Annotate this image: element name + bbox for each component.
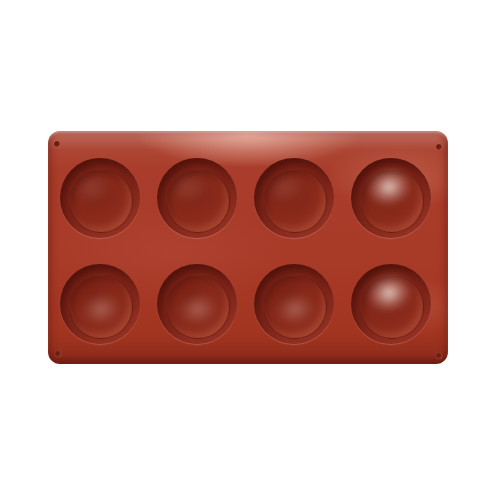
cavity-floor — [360, 275, 424, 339]
cavity-grid — [48, 131, 448, 364]
cavity-floor — [263, 169, 327, 233]
mold-cavity-r0c0 — [60, 158, 140, 238]
mold-cavity-r0c1 — [157, 158, 237, 238]
mold-cavity-r1c1 — [157, 264, 237, 344]
corner-hole-bottom-left — [55, 351, 61, 357]
cavity-floor — [263, 275, 327, 339]
corner-hole-top-left — [54, 141, 60, 147]
cavity-floor — [360, 169, 424, 233]
cavity-floor — [69, 275, 133, 339]
mold-cavity-r0c2 — [254, 158, 334, 238]
cavity-floor — [69, 169, 133, 233]
corner-hole-bottom-right — [436, 353, 442, 359]
cavity-floor — [166, 275, 230, 339]
mold-cavity-r1c2 — [254, 264, 334, 344]
mold-cavity-r1c0 — [60, 264, 140, 344]
product-photo-stage — [0, 0, 500, 500]
mold-cavity-r1c3 — [351, 264, 431, 344]
corner-hole-top-right — [436, 144, 442, 150]
silicone-mold — [48, 131, 448, 364]
mold-cavity-r0c3 — [351, 158, 431, 238]
cavity-floor — [166, 169, 230, 233]
